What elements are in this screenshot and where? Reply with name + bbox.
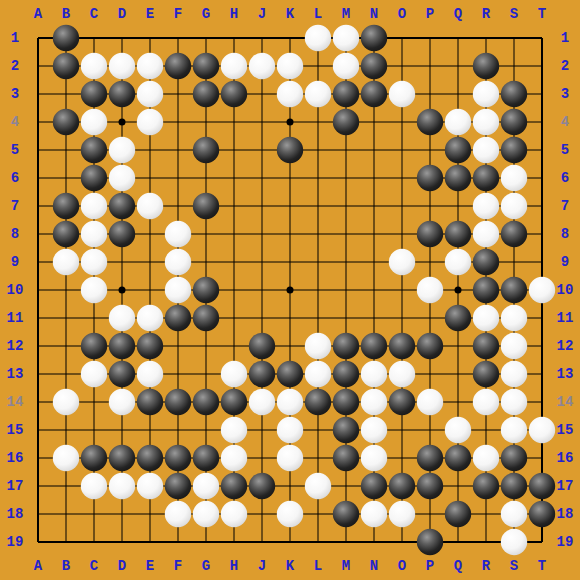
coordinate-label: K [286, 558, 295, 574]
coordinate-label: 16 [7, 450, 24, 466]
stone-white[interactable] [81, 361, 107, 387]
stone-white[interactable] [81, 249, 107, 275]
stone-white[interactable] [109, 137, 135, 163]
stone-white[interactable] [221, 53, 247, 79]
stone-black[interactable] [109, 361, 135, 387]
stone-white[interactable] [137, 361, 163, 387]
coordinate-label: D [118, 558, 126, 574]
coordinate-label: S [510, 6, 518, 22]
stone-black[interactable] [81, 81, 107, 107]
stone-black[interactable] [501, 137, 527, 163]
coordinate-label: 2 [11, 58, 19, 74]
stone-black[interactable] [389, 389, 415, 415]
stone-white[interactable] [501, 529, 527, 555]
coordinate-label: R [482, 558, 491, 574]
stone-black[interactable] [109, 81, 135, 107]
stone-white[interactable] [333, 53, 359, 79]
coordinate-label: 4 [561, 114, 569, 130]
coordinate-label: R [482, 6, 491, 22]
stone-black[interactable] [193, 389, 219, 415]
stone-black[interactable] [417, 221, 443, 247]
stone-white[interactable] [277, 389, 303, 415]
stone-black[interactable] [333, 109, 359, 135]
stone-black[interactable] [501, 81, 527, 107]
coordinate-label: P [426, 558, 434, 574]
stone-white[interactable] [137, 305, 163, 331]
stone-black[interactable] [249, 333, 275, 359]
stone-white[interactable] [473, 221, 499, 247]
coordinate-label: L [314, 558, 322, 574]
stone-white[interactable] [501, 361, 527, 387]
coordinate-label: 7 [11, 198, 19, 214]
stone-black[interactable] [53, 53, 79, 79]
stone-white[interactable] [473, 109, 499, 135]
stone-black[interactable] [305, 389, 331, 415]
stone-white[interactable] [389, 81, 415, 107]
stone-white[interactable] [53, 389, 79, 415]
stone-black[interactable] [501, 277, 527, 303]
coordinate-label: E [146, 6, 154, 22]
star-point [455, 287, 462, 294]
coordinate-label: F [174, 6, 182, 22]
stone-white[interactable] [361, 501, 387, 527]
coordinate-label: B [62, 6, 71, 22]
coordinate-label: M [342, 6, 350, 22]
stone-white[interactable] [109, 473, 135, 499]
coordinate-label: Q [454, 558, 462, 574]
stone-black[interactable] [501, 109, 527, 135]
stone-white[interactable] [165, 249, 191, 275]
coordinate-label: T [538, 558, 546, 574]
coordinate-label: S [510, 558, 518, 574]
stone-white[interactable] [305, 333, 331, 359]
stone-black[interactable] [417, 109, 443, 135]
coordinate-label: 19 [557, 534, 574, 550]
stone-white[interactable] [389, 501, 415, 527]
stone-black[interactable] [333, 417, 359, 443]
stone-black[interactable] [445, 137, 471, 163]
stone-black[interactable] [249, 473, 275, 499]
stone-white[interactable] [473, 193, 499, 219]
stone-white[interactable] [361, 445, 387, 471]
coordinate-label: 8 [11, 226, 19, 242]
coordinate-label: 17 [557, 478, 574, 494]
stone-white[interactable] [193, 501, 219, 527]
stone-black[interactable] [81, 333, 107, 359]
stone-black[interactable] [333, 361, 359, 387]
coordinate-label: G [202, 6, 210, 22]
stone-black[interactable] [81, 137, 107, 163]
stone-white[interactable] [277, 81, 303, 107]
stone-black[interactable] [473, 277, 499, 303]
stone-black[interactable] [501, 473, 527, 499]
stone-black[interactable] [53, 25, 79, 51]
stone-black[interactable] [137, 445, 163, 471]
stone-white[interactable] [193, 473, 219, 499]
stone-white[interactable] [81, 221, 107, 247]
coordinate-label: L [314, 6, 322, 22]
stone-black[interactable] [193, 81, 219, 107]
stone-white[interactable] [501, 417, 527, 443]
stone-black[interactable] [417, 165, 443, 191]
stone-white[interactable] [221, 501, 247, 527]
stone-white[interactable] [529, 417, 555, 443]
stone-white[interactable] [305, 81, 331, 107]
stone-white[interactable] [361, 389, 387, 415]
stone-white[interactable] [53, 445, 79, 471]
coordinate-label: 10 [557, 282, 574, 298]
stone-white[interactable] [221, 417, 247, 443]
coordinate-label: 4 [11, 114, 19, 130]
coordinate-label: 8 [561, 226, 569, 242]
stone-white[interactable] [165, 221, 191, 247]
stone-black[interactable] [501, 445, 527, 471]
coordinate-label: N [370, 6, 378, 22]
stone-white[interactable] [137, 109, 163, 135]
stone-white[interactable] [473, 81, 499, 107]
stone-black[interactable] [277, 137, 303, 163]
stone-black[interactable] [165, 445, 191, 471]
stone-black[interactable] [137, 389, 163, 415]
star-point [119, 119, 126, 126]
stone-white[interactable] [473, 137, 499, 163]
stone-black[interactable] [193, 137, 219, 163]
star-point [287, 287, 294, 294]
coordinate-label: 5 [561, 142, 569, 158]
stone-black[interactable] [445, 501, 471, 527]
stone-black[interactable] [333, 445, 359, 471]
coordinate-label: C [90, 6, 99, 22]
stone-white[interactable] [277, 417, 303, 443]
stone-black[interactable] [361, 53, 387, 79]
coordinate-label: O [398, 6, 406, 22]
coordinate-label: C [90, 558, 99, 574]
stone-black[interactable] [109, 333, 135, 359]
stone-black[interactable] [221, 473, 247, 499]
coordinate-label: 13 [557, 366, 574, 382]
stone-white[interactable] [501, 389, 527, 415]
coordinate-label: 18 [7, 506, 24, 522]
stone-white[interactable] [417, 389, 443, 415]
stone-black[interactable] [109, 445, 135, 471]
coordinate-label: 6 [561, 170, 569, 186]
stone-white[interactable] [445, 109, 471, 135]
stone-black[interactable] [53, 109, 79, 135]
stone-black[interactable] [445, 165, 471, 191]
stone-white[interactable] [501, 165, 527, 191]
stone-white[interactable] [473, 389, 499, 415]
stone-black[interactable] [165, 473, 191, 499]
coordinate-label: 11 [7, 310, 24, 326]
go-board: AABBCCDDEEFFGGHHJJKKLLMMNNOOPPQQRRSSTT11… [0, 0, 580, 580]
stone-white[interactable] [137, 81, 163, 107]
coordinate-label: B [62, 558, 71, 574]
coordinate-label: 3 [561, 86, 569, 102]
stone-white[interactable] [501, 193, 527, 219]
coordinate-label: 12 [557, 338, 574, 354]
stone-black[interactable] [193, 193, 219, 219]
coordinate-label: H [230, 6, 238, 22]
stone-white[interactable] [445, 417, 471, 443]
stone-black[interactable] [193, 53, 219, 79]
stone-white[interactable] [305, 25, 331, 51]
stone-white[interactable] [389, 249, 415, 275]
coordinate-label: A [34, 558, 43, 574]
stone-black[interactable] [445, 445, 471, 471]
coordinate-label: Q [454, 6, 462, 22]
stone-black[interactable] [193, 305, 219, 331]
stone-black[interactable] [137, 333, 163, 359]
coordinate-label: 14 [7, 394, 24, 410]
coordinate-label: 13 [7, 366, 24, 382]
stone-black[interactable] [473, 53, 499, 79]
stone-white[interactable] [249, 389, 275, 415]
stone-white[interactable] [81, 277, 107, 303]
stone-black[interactable] [165, 389, 191, 415]
stone-black[interactable] [417, 473, 443, 499]
stone-white[interactable] [81, 109, 107, 135]
stone-white[interactable] [81, 53, 107, 79]
coordinate-label: 19 [7, 534, 24, 550]
stone-black[interactable] [445, 305, 471, 331]
stone-black[interactable] [473, 333, 499, 359]
stone-white[interactable] [109, 389, 135, 415]
stone-white[interactable] [473, 445, 499, 471]
coordinate-label: 5 [11, 142, 19, 158]
stone-white[interactable] [361, 417, 387, 443]
stone-white[interactable] [361, 361, 387, 387]
stone-black[interactable] [361, 333, 387, 359]
coordinate-label: F [174, 558, 182, 574]
coordinate-label: 18 [557, 506, 574, 522]
stone-white[interactable] [165, 501, 191, 527]
stone-white[interactable] [81, 473, 107, 499]
coordinate-label: P [426, 6, 434, 22]
stone-white[interactable] [501, 305, 527, 331]
stone-black[interactable] [333, 333, 359, 359]
coordinate-label: 11 [557, 310, 574, 326]
stone-white[interactable] [165, 277, 191, 303]
stone-black[interactable] [473, 249, 499, 275]
coordinate-label: A [34, 6, 43, 22]
coordinate-label: 14 [557, 394, 574, 410]
star-point [119, 287, 126, 294]
stone-black[interactable] [473, 361, 499, 387]
coordinate-label: T [538, 6, 546, 22]
coordinate-label: 12 [7, 338, 24, 354]
coordinate-label: 10 [7, 282, 24, 298]
stone-black[interactable] [165, 305, 191, 331]
star-point [287, 119, 294, 126]
stone-black[interactable] [81, 445, 107, 471]
stone-white[interactable] [137, 193, 163, 219]
stone-black[interactable] [417, 445, 443, 471]
stone-black[interactable] [81, 165, 107, 191]
stone-black[interactable] [361, 81, 387, 107]
stone-black[interactable] [193, 277, 219, 303]
coordinate-label: 16 [557, 450, 574, 466]
stone-black[interactable] [445, 221, 471, 247]
stone-white[interactable] [473, 305, 499, 331]
coordinate-label: 2 [561, 58, 569, 74]
stone-black[interactable] [165, 53, 191, 79]
stone-white[interactable] [305, 361, 331, 387]
coordinate-label: M [342, 558, 350, 574]
stone-white[interactable] [221, 361, 247, 387]
stone-black[interactable] [277, 361, 303, 387]
stone-white[interactable] [81, 193, 107, 219]
stone-black[interactable] [333, 389, 359, 415]
stone-black[interactable] [109, 193, 135, 219]
stone-black[interactable] [473, 473, 499, 499]
stone-white[interactable] [529, 277, 555, 303]
stone-black[interactable] [333, 81, 359, 107]
coordinate-label: K [286, 6, 295, 22]
coordinate-label: G [202, 558, 210, 574]
coordinate-label: E [146, 558, 154, 574]
stone-white[interactable] [137, 53, 163, 79]
stone-black[interactable] [109, 221, 135, 247]
stone-white[interactable] [417, 277, 443, 303]
coordinate-label: 9 [561, 254, 569, 270]
stone-black[interactable] [417, 333, 443, 359]
stone-black[interactable] [221, 81, 247, 107]
stone-black[interactable] [53, 221, 79, 247]
stone-black[interactable] [53, 193, 79, 219]
stone-white[interactable] [501, 333, 527, 359]
coordinate-label: 15 [7, 422, 24, 438]
stone-black[interactable] [193, 445, 219, 471]
stone-black[interactable] [361, 25, 387, 51]
stone-black[interactable] [529, 473, 555, 499]
coordinate-label: D [118, 6, 126, 22]
stone-black[interactable] [389, 473, 415, 499]
coordinate-label: H [230, 558, 238, 574]
coordinate-label: O [398, 558, 406, 574]
stone-white[interactable] [277, 501, 303, 527]
coordinate-label: 1 [11, 30, 19, 46]
stone-white[interactable] [249, 53, 275, 79]
coordinate-label: 9 [11, 254, 19, 270]
stone-black[interactable] [529, 501, 555, 527]
coordinate-label: 3 [11, 86, 19, 102]
stone-white[interactable] [445, 249, 471, 275]
stone-black[interactable] [417, 529, 443, 555]
stone-white[interactable] [305, 473, 331, 499]
coordinate-label: 15 [557, 422, 574, 438]
stone-black[interactable] [361, 473, 387, 499]
stone-white[interactable] [501, 501, 527, 527]
stone-white[interactable] [389, 361, 415, 387]
stone-white[interactable] [109, 305, 135, 331]
coordinate-label: J [258, 558, 266, 574]
stone-white[interactable] [109, 53, 135, 79]
stone-white[interactable] [277, 445, 303, 471]
coordinate-label: 17 [7, 478, 24, 494]
coordinate-label: 7 [561, 198, 569, 214]
coordinate-label: 6 [11, 170, 19, 186]
coordinate-label: 1 [561, 30, 569, 46]
stone-black[interactable] [249, 361, 275, 387]
coordinate-label: N [370, 558, 378, 574]
stone-white[interactable] [221, 445, 247, 471]
stone-white[interactable] [53, 249, 79, 275]
stone-white[interactable] [277, 53, 303, 79]
stone-black[interactable] [221, 389, 247, 415]
stone-white[interactable] [109, 165, 135, 191]
coordinate-label: J [258, 6, 266, 22]
go-board-svg: AABBCCDDEEFFGGHHJJKKLLMMNNOOPPQQRRSSTT11… [0, 0, 580, 580]
stone-white[interactable] [137, 473, 163, 499]
stone-black[interactable] [333, 501, 359, 527]
stone-white[interactable] [333, 25, 359, 51]
stone-black[interactable] [389, 333, 415, 359]
stone-black[interactable] [473, 165, 499, 191]
stone-black[interactable] [501, 221, 527, 247]
